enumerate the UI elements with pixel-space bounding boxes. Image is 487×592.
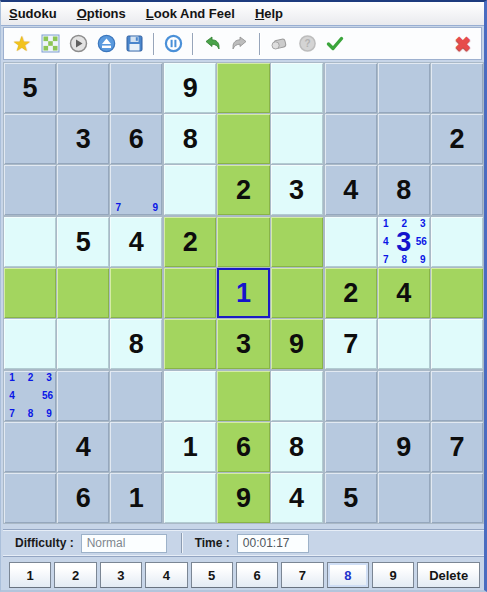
cell-r9c6[interactable]: 4 (271, 473, 323, 523)
cell-r9c9[interactable] (431, 473, 483, 523)
pencil-marks: 123456789 (8, 373, 53, 419)
cell-r1c1[interactable]: 5 (4, 63, 56, 113)
new-grid-button[interactable] (37, 31, 63, 57)
box-1-3: 248 (325, 63, 483, 215)
menu-item-options[interactable]: Options (67, 4, 136, 24)
given-value: 3 (76, 126, 91, 153)
cell-r3c6[interactable]: 3 (271, 165, 323, 215)
cell-r7c3[interactable] (110, 371, 162, 421)
user-value: 1 (236, 280, 251, 307)
cell-r6c4[interactable] (164, 319, 216, 369)
given-value: 6 (236, 434, 251, 461)
cell-r9c1[interactable] (4, 473, 56, 523)
cell-r7c5[interactable] (217, 371, 269, 421)
time-label: Time : (195, 536, 230, 550)
cell-r3c9[interactable] (431, 165, 483, 215)
cell-r1c3[interactable] (110, 63, 162, 113)
cell-r3c3[interactable]: 79 (110, 165, 162, 215)
cell-r8c4[interactable]: 1 (164, 422, 216, 472)
cell-r2c7[interactable] (325, 114, 377, 164)
check-button[interactable] (322, 31, 348, 57)
favorite-button[interactable]: ★ (9, 31, 35, 57)
cell-r7c6[interactable] (271, 371, 323, 421)
given-value: 8 (396, 177, 411, 204)
cell-r4c1[interactable] (4, 217, 56, 267)
given-value: 6 (129, 126, 144, 153)
menu-bar: SudokuOptionsLook And FeelHelp (1, 2, 484, 26)
cell-r8c1[interactable] (4, 422, 56, 472)
given-value: 4 (289, 485, 304, 512)
cell-r6c5[interactable]: 3 (217, 319, 269, 369)
board-grid: 5367998232485482139312345678924712345678… (3, 62, 484, 524)
cell-r7c7[interactable] (325, 371, 377, 421)
cell-r5c1[interactable] (4, 268, 56, 318)
cell-r9c4[interactable] (164, 473, 216, 523)
cell-r7c1[interactable]: 123456789 (4, 371, 56, 421)
play-button[interactable] (65, 31, 91, 57)
cell-r4c5[interactable] (217, 217, 269, 267)
cell-r7c8[interactable] (378, 371, 430, 421)
given-value: 3 (289, 177, 304, 204)
status-bar: Difficulty : Normal Time : 00:01:17 (3, 529, 484, 557)
cell-r1c2[interactable] (57, 63, 109, 113)
box-2-1: 548 (4, 217, 162, 369)
cell-r2c6[interactable] (271, 114, 323, 164)
sudoku-board: 5367998232485482139312345678924712345678… (3, 62, 484, 524)
cell-r7c2[interactable] (57, 371, 109, 421)
cell-r8c9[interactable]: 7 (431, 422, 483, 472)
check-icon (325, 34, 345, 53)
box-1-2: 9823 (164, 63, 322, 215)
redo-button[interactable] (227, 31, 253, 57)
box-2-2: 2139 (164, 217, 322, 369)
cell-r4c6[interactable] (271, 217, 323, 267)
given-value: 1 (183, 434, 198, 461)
digit-button-2[interactable]: 2 (54, 562, 96, 588)
box-3-2: 16894 (164, 371, 322, 523)
cell-r3c5[interactable]: 2 (217, 165, 269, 215)
cell-r6c8[interactable] (378, 319, 430, 369)
cell-r9c8[interactable] (378, 473, 430, 523)
given-value: 4 (396, 280, 411, 307)
close-icon: ✖ (455, 34, 472, 54)
redo-icon (230, 34, 250, 53)
cell-r9c2[interactable]: 6 (57, 473, 109, 523)
given-value: 4 (343, 177, 358, 204)
given-value: 9 (183, 75, 198, 102)
cell-r8c3[interactable] (110, 422, 162, 472)
cell-r3c1[interactable] (4, 165, 56, 215)
cell-r4c2[interactable]: 5 (57, 217, 109, 267)
given-value: 9 (289, 331, 304, 358)
cell-r1c8[interactable] (378, 63, 430, 113)
undo-icon (202, 34, 222, 53)
toolbar-separator (153, 33, 154, 55)
cell-r2c9[interactable]: 2 (431, 114, 483, 164)
cell-r4c9[interactable] (431, 217, 483, 267)
cell-r8c2[interactable]: 4 (57, 422, 109, 472)
cell-r5c4[interactable] (164, 268, 216, 318)
eject-button[interactable] (93, 31, 119, 57)
new-grid-icon (41, 34, 60, 53)
time-field: 00:01:17 (237, 534, 309, 553)
cell-r6c3[interactable]: 8 (110, 319, 162, 369)
given-value: 7 (343, 331, 358, 358)
given-value: 9 (236, 485, 251, 512)
given-value: 1 (129, 485, 144, 512)
cell-r3c2[interactable] (57, 165, 109, 215)
cell-r1c9[interactable] (431, 63, 483, 113)
cell-r5c5[interactable]: 1 (217, 268, 269, 318)
menu-item-help[interactable]: Help (245, 4, 293, 24)
menu-item-look-and-feel[interactable]: Look And Feel (136, 4, 245, 24)
close-button[interactable]: ✖ (450, 31, 476, 57)
number-button-bar: 123456789Delete (1, 560, 487, 590)
difficulty-field: Normal (81, 534, 167, 553)
sudoku-window: SudokuOptionsLook And FeelHelp ★?✖ 53679… (0, 0, 487, 592)
pause-icon (164, 34, 183, 53)
given-value: 6 (76, 485, 91, 512)
box-2-3: 3123456789247 (325, 217, 483, 369)
cell-r9c7[interactable]: 5 (325, 473, 377, 523)
digit-button-9[interactable]: 9 (372, 562, 414, 588)
given-value: 5 (23, 75, 38, 102)
cell-r5c7[interactable]: 2 (325, 268, 377, 318)
given-value: 4 (76, 434, 91, 461)
help-button: ? (294, 31, 320, 57)
cell-r3c7[interactable]: 4 (325, 165, 377, 215)
eject-icon (97, 34, 116, 53)
box-3-3: 975 (325, 371, 483, 523)
cell-r2c5[interactable] (217, 114, 269, 164)
cell-r1c7[interactable] (325, 63, 377, 113)
digit-button-5[interactable]: 5 (191, 562, 233, 588)
difficulty-label: Difficulty : (15, 536, 74, 550)
undo-button[interactable] (199, 31, 225, 57)
cell-r3c4[interactable] (164, 165, 216, 215)
save-icon (125, 34, 144, 53)
cell-r6c6[interactable]: 9 (271, 319, 323, 369)
given-value: 7 (449, 434, 464, 461)
hint-icon (269, 34, 289, 53)
user-value: 3 (396, 229, 411, 256)
toolbar-separator (192, 33, 193, 55)
given-value: 8 (129, 331, 144, 358)
given-value: 5 (343, 485, 358, 512)
digit-button-7[interactable]: 7 (281, 562, 323, 588)
given-value: 2 (183, 229, 198, 256)
cell-r8c8[interactable]: 9 (378, 422, 430, 472)
cell-r2c2[interactable]: 3 (57, 114, 109, 164)
hint-button (266, 31, 292, 57)
box-1-1: 53679 (4, 63, 162, 215)
given-value: 9 (396, 434, 411, 461)
given-value: 5 (76, 229, 91, 256)
given-value: 8 (183, 126, 198, 153)
delete-button[interactable]: Delete (417, 562, 480, 588)
cell-r1c5[interactable] (217, 63, 269, 113)
status-separator (181, 533, 183, 553)
cell-r5c3[interactable] (110, 268, 162, 318)
cell-r4c7[interactable] (325, 217, 377, 267)
given-value: 2 (449, 126, 464, 153)
digit-button-1[interactable]: 1 (9, 562, 51, 588)
menu-item-sudoku[interactable]: Sudoku (8, 4, 67, 24)
box-3-1: 123456789461 (4, 371, 162, 523)
help-icon: ? (298, 34, 317, 53)
cell-r5c8[interactable]: 4 (378, 268, 430, 318)
cell-r7c9[interactable] (431, 371, 483, 421)
cell-r1c6[interactable] (271, 63, 323, 113)
given-value: 2 (236, 177, 251, 204)
cell-r6c2[interactable] (57, 319, 109, 369)
given-value: 4 (129, 229, 144, 256)
cell-r6c9[interactable] (431, 319, 483, 369)
digit-button-4[interactable]: 4 (145, 562, 187, 588)
digit-button-3[interactable]: 3 (100, 562, 142, 588)
given-value: 2 (343, 280, 358, 307)
digit-button-8[interactable]: 8 (327, 562, 369, 588)
cell-r3c8[interactable]: 8 (378, 165, 430, 215)
cell-r2c3[interactable]: 6 (110, 114, 162, 164)
cell-r8c6[interactable]: 8 (271, 422, 323, 472)
cell-r4c3[interactable]: 4 (110, 217, 162, 267)
cell-r9c5[interactable]: 9 (217, 473, 269, 523)
cell-r5c6[interactable] (271, 268, 323, 318)
cell-r2c1[interactable] (4, 114, 56, 164)
given-value: 8 (289, 434, 304, 461)
cell-r1c4[interactable]: 9 (164, 63, 216, 113)
favorite-icon: ★ (13, 33, 32, 54)
save-button[interactable] (121, 31, 147, 57)
cell-r4c4[interactable]: 2 (164, 217, 216, 267)
cell-r6c1[interactable] (4, 319, 56, 369)
cell-r4c8[interactable]: 3123456789 (378, 217, 430, 267)
svg-text:?: ? (304, 38, 310, 49)
given-value: 3 (236, 331, 251, 358)
play-icon (69, 34, 88, 53)
cell-r9c3[interactable]: 1 (110, 473, 162, 523)
cell-r8c7[interactable] (325, 422, 377, 472)
cell-r2c4[interactable]: 8 (164, 114, 216, 164)
cell-r5c9[interactable] (431, 268, 483, 318)
toolbar: ★?✖ (3, 27, 482, 60)
cell-r5c2[interactable] (57, 268, 109, 318)
cell-r2c8[interactable] (378, 114, 430, 164)
pause-button[interactable] (160, 31, 186, 57)
cell-r6c7[interactable]: 7 (325, 319, 377, 369)
cell-r7c4[interactable] (164, 371, 216, 421)
digit-button-6[interactable]: 6 (236, 562, 278, 588)
pencil-marks: 79 (114, 167, 159, 213)
cell-r8c5[interactable]: 6 (217, 422, 269, 472)
toolbar-separator (259, 33, 260, 55)
